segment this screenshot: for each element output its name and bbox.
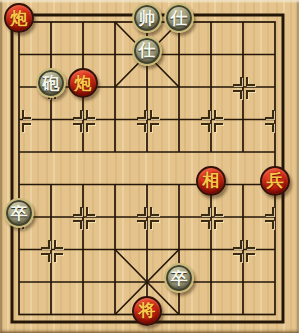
piece-red-cannon[interactable]: 炮: [4, 3, 34, 33]
xiangqi-board: 炮帅仕仕砲炮相兵卒卒将: [0, 0, 299, 333]
piece-character: 砲: [43, 75, 60, 92]
piece-character: 帅: [139, 10, 156, 27]
piece-red-soldier[interactable]: 兵: [260, 166, 290, 196]
piece-red-elephant[interactable]: 相: [196, 166, 226, 196]
piece-white-cannon[interactable]: 砲: [36, 68, 66, 98]
piece-character: 炮: [11, 10, 28, 27]
piece-character: 卒: [171, 270, 188, 287]
piece-character: 卒: [11, 205, 28, 222]
pieces-layer: 炮帅仕仕砲炮相兵卒卒将: [3, 6, 291, 331]
piece-red-general[interactable]: 将: [132, 296, 162, 326]
piece-white-soldier[interactable]: 卒: [164, 263, 194, 293]
piece-character: 仕: [139, 42, 156, 59]
piece-white-general[interactable]: 帅: [132, 3, 162, 33]
piece-white-advisor[interactable]: 仕: [132, 36, 162, 66]
piece-character: 兵: [267, 172, 284, 189]
piece-character: 将: [139, 302, 156, 319]
piece-red-cannon[interactable]: 炮: [68, 68, 98, 98]
piece-character: 炮: [75, 75, 92, 92]
piece-character: 相: [203, 172, 220, 189]
piece-white-advisor[interactable]: 仕: [164, 3, 194, 33]
piece-character: 仕: [171, 10, 188, 27]
piece-white-soldier[interactable]: 卒: [4, 198, 34, 228]
